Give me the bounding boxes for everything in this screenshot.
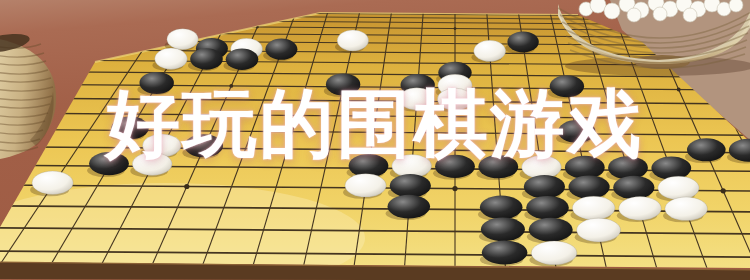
board-cell-16-1[interactable] [619,21,656,34]
board-cell-9-2[interactable] [362,35,399,48]
board-cell-0-2[interactable] [30,35,67,48]
board-cell-13-4[interactable] [509,61,546,74]
board-cell-11-4[interactable] [435,61,472,74]
board-cell-7-16[interactable] [288,220,325,233]
board-cell-17-14[interactable] [656,194,693,207]
board-cell-5-3[interactable] [214,48,251,61]
board-cell-18-4[interactable] [693,61,730,74]
board-cell-9-15[interactable] [362,207,399,220]
board-cell-4-0[interactable] [177,8,214,21]
board-cell-1-17[interactable] [67,233,104,246]
board-cell-17-18[interactable] [656,247,693,260]
board-cell-13-17[interactable] [509,233,546,246]
board-cell-15-12[interactable] [583,167,620,180]
board-cell-18-15[interactable] [693,207,730,220]
board-cell-2-12[interactable] [104,167,141,180]
board-cell-14-3[interactable] [546,48,583,61]
board-cell-2-14[interactable] [104,194,141,207]
board-cell-18-18[interactable] [693,247,730,260]
board-cell-1-15[interactable] [67,207,104,220]
board-cell-5-2[interactable] [214,35,251,48]
board-cell-5-4[interactable] [214,61,251,74]
board-cell-13-18[interactable] [509,247,546,260]
banner-title: 好玩的围棋游戏 [0,86,750,161]
board-cell-18-12[interactable] [693,167,730,180]
board-cell-7-13[interactable] [288,180,325,193]
board-cell-4-14[interactable] [177,194,214,207]
board-cell-10-3[interactable] [398,48,435,61]
board-cell-2-18[interactable] [104,247,141,260]
board-cell-4-15[interactable] [177,207,214,220]
board-cell-16-14[interactable] [619,194,656,207]
board-cell-8-1[interactable] [325,21,362,34]
board-cell-14-1[interactable] [546,21,583,34]
board-cell-5-0[interactable] [214,8,251,21]
board-cell-10-13[interactable] [398,180,435,193]
board-cell-6-4[interactable] [251,61,288,74]
board-cell-18-2[interactable] [693,35,730,48]
board-cell-4-18[interactable] [177,247,214,260]
board-cell-11-1[interactable] [435,21,472,34]
board-cell-12-14[interactable] [472,194,509,207]
board-cell-8-14[interactable] [325,194,362,207]
board-cell-15-0[interactable] [583,8,620,21]
board-cell-0-1[interactable] [30,21,67,34]
board-cell-6-0[interactable] [251,8,288,21]
board-cell-6-14[interactable] [251,194,288,207]
board-cell-6-16[interactable] [251,220,288,233]
board-cell-9-3[interactable] [362,48,399,61]
board-cell-2-0[interactable] [104,8,141,21]
board-cell-18-17[interactable] [693,233,730,246]
board-cell-16-13[interactable] [619,180,656,193]
board-cell-3-13[interactable] [141,180,178,193]
board-cell-7-1[interactable] [288,21,325,34]
board-cell-15-2[interactable] [583,35,620,48]
go-banner-scene: 好玩的围棋游戏 [0,0,750,280]
board-cell-18-16[interactable] [693,220,730,233]
board-cell-5-1[interactable] [214,21,251,34]
board-cell-12-0[interactable] [472,8,509,21]
board-cell-2-13[interactable] [104,180,141,193]
board-cell-1-3[interactable] [67,48,104,61]
board-cell-13-0[interactable] [509,8,546,21]
board-cell-17-3[interactable] [656,48,693,61]
board-cell-10-2[interactable] [398,35,435,48]
board-cell-14-12[interactable] [546,167,583,180]
board-cell-2-17[interactable] [104,233,141,246]
board-cell-3-16[interactable] [141,220,178,233]
board-cell-3-14[interactable] [141,194,178,207]
board-cell-11-14[interactable] [435,194,472,207]
board-cell-12-15[interactable] [472,207,509,220]
board-cell-17-0[interactable] [656,8,693,21]
board-cell-7-17[interactable] [288,233,325,246]
board-cell-0-12[interactable] [30,167,67,180]
board-cell-1-4[interactable] [67,61,104,74]
board-cell-5-12[interactable] [214,167,251,180]
board-cell-17-15[interactable] [656,207,693,220]
board-cell-11-0[interactable] [435,8,472,21]
board-cell-4-1[interactable] [177,21,214,34]
board-cell-18-13[interactable] [693,180,730,193]
board-cell-1-13[interactable] [67,180,104,193]
board-cell-9-13[interactable] [362,180,399,193]
board-cell-1-18[interactable] [67,247,104,260]
board-cell-4-16[interactable] [177,220,214,233]
board-cell-15-14[interactable] [583,194,620,207]
board-cell-0-18[interactable] [30,247,67,260]
board-cell-6-18[interactable] [251,247,288,260]
board-cell-4-12[interactable] [177,167,214,180]
board-cell-15-16[interactable] [583,220,620,233]
board-cell-12-2[interactable] [472,35,509,48]
board-cell-12-13[interactable] [472,180,509,193]
board-cell-7-2[interactable] [288,35,325,48]
board-cell-9-0[interactable] [362,8,399,21]
board-cell-15-3[interactable] [583,48,620,61]
board-cell-0-13[interactable] [30,180,67,193]
board-cell-17-4[interactable] [656,61,693,74]
board-cell-2-4[interactable] [104,61,141,74]
board-cell-5-13[interactable] [214,180,251,193]
board-cell-18-3[interactable] [693,48,730,61]
board-cell-7-3[interactable] [288,48,325,61]
board-cell-13-14[interactable] [509,194,546,207]
board-cell-16-2[interactable] [619,35,656,48]
board-cell-10-14[interactable] [398,194,435,207]
board-cell-12-16[interactable] [472,220,509,233]
board-cell-3-1[interactable] [141,21,178,34]
board-cell-17-1[interactable] [656,21,693,34]
board-cell-14-14[interactable] [546,194,583,207]
board-cell-8-16[interactable] [325,220,362,233]
board-cell-8-2[interactable] [325,35,362,48]
board-cell-0-17[interactable] [30,233,67,246]
board-cell-9-16[interactable] [362,220,399,233]
board-cell-12-1[interactable] [472,21,509,34]
board-cell-8-18[interactable] [325,247,362,260]
board-cell-0-3[interactable] [30,48,67,61]
board-cell-16-12[interactable] [619,167,656,180]
board-cell-17-16[interactable] [656,220,693,233]
board-cell-4-2[interactable] [177,35,214,48]
board-cell-9-1[interactable] [362,21,399,34]
board-cell-12-12[interactable] [472,167,509,180]
board-cell-1-1[interactable] [67,21,104,34]
board-cell-9-18[interactable] [362,247,399,260]
board-cell-1-0[interactable] [67,8,104,21]
board-cell-8-3[interactable] [325,48,362,61]
board-cell-10-17[interactable] [398,233,435,246]
board-cell-11-16[interactable] [435,220,472,233]
board-cell-2-16[interactable] [104,220,141,233]
board-cell-7-4[interactable] [288,61,325,74]
board-cell-14-13[interactable] [546,180,583,193]
board-cell-2-15[interactable] [104,207,141,220]
board-cell-13-16[interactable] [509,220,546,233]
board-cell-11-15[interactable] [435,207,472,220]
board-cell-9-17[interactable] [362,233,399,246]
board-cell-3-2[interactable] [141,35,178,48]
board-cell-18-0[interactable] [693,8,730,21]
board-cell-8-12[interactable] [325,167,362,180]
board-cell-14-17[interactable] [546,233,583,246]
board-cell-3-0[interactable] [141,8,178,21]
board-cell-2-2[interactable] [104,35,141,48]
board-cell-9-14[interactable] [362,194,399,207]
board-cell-14-15[interactable] [546,207,583,220]
board-cell-15-15[interactable] [583,207,620,220]
board-cell-16-17[interactable] [619,233,656,246]
board-cell-16-15[interactable] [619,207,656,220]
board-cell-3-3[interactable] [141,48,178,61]
board-cell-11-12[interactable] [435,167,472,180]
board-cell-14-18[interactable] [546,247,583,260]
board-cell-11-18[interactable] [435,247,472,260]
board-cell-3-4[interactable] [141,61,178,74]
board-cell-4-17[interactable] [177,233,214,246]
board-cell-11-13[interactable] [435,180,472,193]
board-cell-5-14[interactable] [214,194,251,207]
board-cell-10-0[interactable] [398,8,435,21]
board-cell-7-18[interactable] [288,247,325,260]
board-cell-0-4[interactable] [30,61,67,74]
board-cell-10-4[interactable] [398,61,435,74]
board-cell-13-2[interactable] [509,35,546,48]
board-cell-12-17[interactable] [472,233,509,246]
board-cell-14-4[interactable] [546,61,583,74]
board-cell-0-14[interactable] [30,194,67,207]
board-cell-16-4[interactable] [619,61,656,74]
board-cell-5-17[interactable] [214,233,251,246]
board-cell-18-1[interactable] [693,21,730,34]
board-cell-7-15[interactable] [288,207,325,220]
board-cell-11-17[interactable] [435,233,472,246]
board-cell-14-0[interactable] [546,8,583,21]
board-cell-11-2[interactable] [435,35,472,48]
board-cell-5-15[interactable] [214,207,251,220]
board-cell-0-0[interactable] [30,8,67,21]
board-cell-15-17[interactable] [583,233,620,246]
board-cell-7-14[interactable] [288,194,325,207]
board-cell-12-3[interactable] [472,48,509,61]
board-cell-8-17[interactable] [325,233,362,246]
board-cell-6-15[interactable] [251,207,288,220]
board-cell-13-1[interactable] [509,21,546,34]
board-cell-16-3[interactable] [619,48,656,61]
board-cell-6-3[interactable] [251,48,288,61]
board-cell-16-18[interactable] [619,247,656,260]
board-cell-10-18[interactable] [398,247,435,260]
board-cell-6-2[interactable] [251,35,288,48]
board-cell-13-15[interactable] [509,207,546,220]
board-cell-17-13[interactable] [656,180,693,193]
board-cell-6-1[interactable] [251,21,288,34]
board-cell-14-2[interactable] [546,35,583,48]
board-cell-4-3[interactable] [177,48,214,61]
board-cell-17-12[interactable] [656,167,693,180]
board-cell-15-4[interactable] [583,61,620,74]
board-cell-7-0[interactable] [288,8,325,21]
board-cell-15-18[interactable] [583,247,620,260]
board-cell-3-18[interactable] [141,247,178,260]
board-cell-18-14[interactable] [693,194,730,207]
board-cell-10-1[interactable] [398,21,435,34]
board-cell-13-12[interactable] [509,167,546,180]
board-cell-2-3[interactable] [104,48,141,61]
board-cell-15-13[interactable] [583,180,620,193]
board-cell-6-12[interactable] [251,167,288,180]
board-cell-9-12[interactable] [362,167,399,180]
board-cell-4-13[interactable] [177,180,214,193]
board-cell-13-13[interactable] [509,180,546,193]
board-cell-17-17[interactable] [656,233,693,246]
board-cell-6-13[interactable] [251,180,288,193]
board-cell-0-15[interactable] [30,207,67,220]
board-cell-12-4[interactable] [472,61,509,74]
board-cell-5-18[interactable] [214,247,251,260]
board-cell-3-17[interactable] [141,233,178,246]
board-cell-12-18[interactable] [472,247,509,260]
board-cell-2-1[interactable] [104,21,141,34]
board-cell-8-13[interactable] [325,180,362,193]
board-cell-1-14[interactable] [67,194,104,207]
board-cell-7-12[interactable] [288,167,325,180]
board-cell-15-1[interactable] [583,21,620,34]
board-cell-16-0[interactable] [619,8,656,21]
board-cell-8-4[interactable] [325,61,362,74]
board-cell-10-15[interactable] [398,207,435,220]
board-cell-0-16[interactable] [30,220,67,233]
board-cell-10-12[interactable] [398,167,435,180]
board-cell-1-12[interactable] [67,167,104,180]
board-cell-10-16[interactable] [398,220,435,233]
board-cell-8-15[interactable] [325,207,362,220]
board-cell-4-4[interactable] [177,61,214,74]
board-cell-3-15[interactable] [141,207,178,220]
board-cell-13-3[interactable] [509,48,546,61]
board-cell-5-16[interactable] [214,220,251,233]
board-cell-14-16[interactable] [546,220,583,233]
board-cell-8-0[interactable] [325,8,362,21]
board-cell-1-16[interactable] [67,220,104,233]
board-cell-17-2[interactable] [656,35,693,48]
board-cell-11-3[interactable] [435,48,472,61]
board-cell-9-4[interactable] [362,61,399,74]
board-cell-1-2[interactable] [67,35,104,48]
board-cell-6-17[interactable] [251,233,288,246]
board-cell-16-16[interactable] [619,220,656,233]
board-cell-3-12[interactable] [141,167,178,180]
